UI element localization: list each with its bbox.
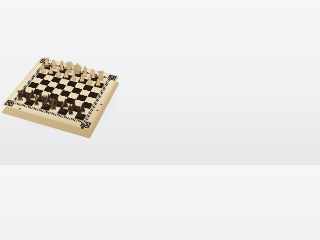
square-h2[interactable]: ♟ (93, 82, 104, 89)
board-grid: ♜♞♝♛♚♝♞♜♟♟♟♟♟♟♟♟♟♟♟♟♟♟♟♟♜♞♝♛♚♝♞♜ (16, 64, 107, 121)
square-h8[interactable]: ♜ (74, 112, 86, 120)
white-queen: ♛ (65, 60, 74, 75)
white-bishop: ♝ (81, 65, 89, 78)
hinge-screw (96, 110, 98, 112)
clasp-screw (81, 127, 84, 129)
square-d4[interactable] (55, 83, 66, 90)
white-pawn: ♟ (86, 74, 93, 85)
photo-backdrop: ♜♞♝♛♚♝♞♜♟♟♟♟♟♟♟♟♟♟♟♟♟♟♟♟♜♞♝♛♚♝♞♜ (0, 0, 124, 165)
white-king: ♚ (72, 61, 82, 77)
board-inner-frame: ♜♞♝♛♚♝♞♜♟♟♟♟♟♟♟♟♟♟♟♟♟♟♟♟♜♞♝♛♚♝♞♜ (15, 64, 108, 122)
hinge-screw (100, 104, 102, 106)
hinge-screw (19, 108, 21, 110)
mosaic-border: ♜♞♝♛♚♝♞♜♟♟♟♟♟♟♟♟♟♟♟♟♟♟♟♟♜♞♝♛♚♝♞♜ (11, 62, 112, 124)
